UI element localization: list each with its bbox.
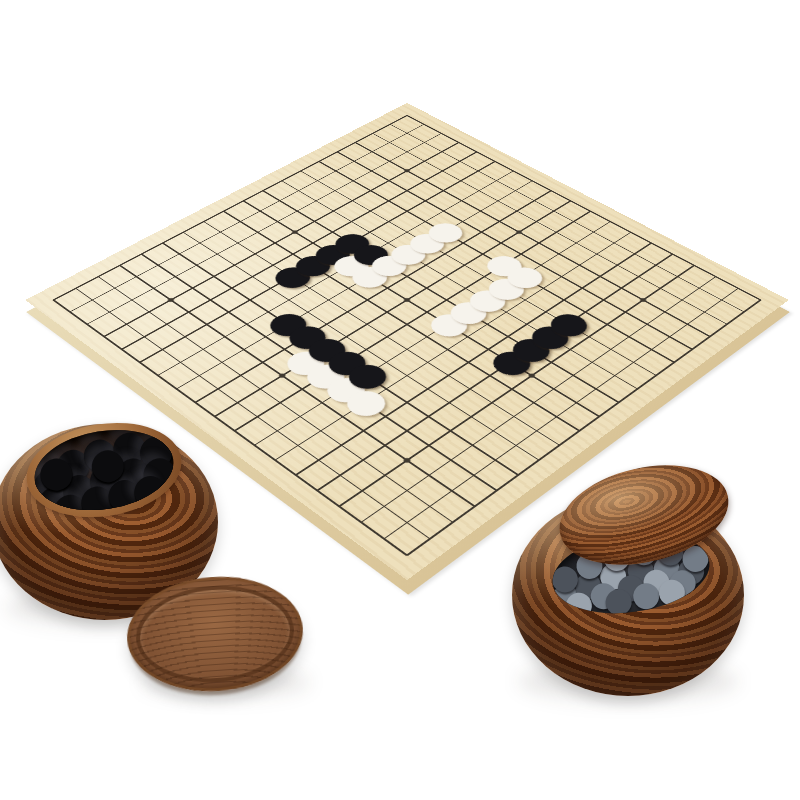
star-point (403, 169, 411, 173)
bowl-black-stone: ● (112, 448, 155, 495)
star-point (291, 230, 299, 235)
star-point (403, 297, 411, 302)
bowl-black-stone: ● (86, 440, 129, 487)
star-point (278, 373, 287, 379)
bowl-black-stone: ● (78, 429, 121, 476)
star-point (639, 297, 647, 302)
product-photo-scene: ●●●●●●●●●●●●●●●●●●●●●●●●●●●●●● ●●●●●●●●●… (0, 0, 800, 800)
bowl-grey-stone: ● (639, 561, 673, 599)
bowl-grey-stone: ● (629, 574, 663, 612)
bowl-grey-stone: ● (601, 580, 635, 618)
star-point (515, 230, 523, 235)
bowl-black-stone: ● (57, 465, 100, 512)
bowl-black-stone: ● (84, 454, 127, 501)
star-point (402, 457, 412, 463)
bowl-grey-stone: ● (586, 574, 620, 612)
bowl-grey-stone: ● (571, 564, 605, 602)
star-point (167, 297, 175, 302)
star-point (527, 373, 536, 379)
bowl-grey-stone: ● (613, 566, 647, 604)
bowl-black-stone: ● (51, 439, 94, 486)
